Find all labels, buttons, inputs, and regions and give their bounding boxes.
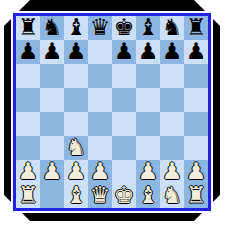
square-g8[interactable]: ♞	[160, 16, 184, 40]
square-e1[interactable]: ♚	[112, 184, 136, 208]
square-f7[interactable]: ♟	[136, 40, 160, 64]
square-c8[interactable]: ♝	[64, 16, 88, 40]
black-rook-piece: ♜	[18, 15, 39, 39]
square-b6[interactable]	[40, 64, 64, 88]
square-a6[interactable]	[16, 64, 40, 88]
square-e3[interactable]	[112, 136, 136, 160]
black-pawn-piece: ♟	[18, 39, 39, 63]
square-d5[interactable]	[88, 88, 112, 112]
white-knight-piece: ♞	[162, 183, 183, 207]
square-f2[interactable]: ♟	[136, 160, 160, 184]
square-d6[interactable]	[88, 64, 112, 88]
white-queen-piece: ♛	[90, 183, 111, 207]
square-e4[interactable]	[112, 112, 136, 136]
square-e6[interactable]	[112, 64, 136, 88]
black-knight-piece: ♞	[42, 15, 63, 39]
square-a3[interactable]	[16, 136, 40, 160]
square-e8[interactable]: ♚	[112, 16, 136, 40]
white-pawn-piece: ♟	[66, 159, 87, 183]
square-a8[interactable]: ♜	[16, 16, 40, 40]
black-pawn-piece: ♟	[114, 39, 135, 63]
square-a4[interactable]	[16, 112, 40, 136]
square-g1[interactable]: ♞	[160, 184, 184, 208]
white-rook-piece: ♜	[186, 183, 207, 207]
black-pawn-piece: ♟	[66, 39, 87, 63]
square-d2[interactable]: ♟	[88, 160, 112, 184]
white-pawn-piece: ♟	[18, 159, 39, 183]
square-h1[interactable]: ♜	[184, 184, 208, 208]
square-g5[interactable]	[160, 88, 184, 112]
square-c1[interactable]: ♝	[64, 184, 88, 208]
black-pawn-piece: ♟	[42, 39, 63, 63]
square-g3[interactable]	[160, 136, 184, 160]
white-pawn-piece: ♟	[90, 159, 111, 183]
square-g4[interactable]	[160, 112, 184, 136]
square-c2[interactable]: ♟	[64, 160, 88, 184]
black-pawn-piece: ♟	[162, 39, 183, 63]
square-h6[interactable]	[184, 64, 208, 88]
square-d8[interactable]: ♛	[88, 16, 112, 40]
square-e7[interactable]: ♟	[112, 40, 136, 64]
square-a5[interactable]	[16, 88, 40, 112]
square-f3[interactable]	[136, 136, 160, 160]
white-king-piece: ♚	[114, 183, 135, 207]
white-knight-piece: ♞	[66, 135, 87, 159]
square-c7[interactable]: ♟	[64, 40, 88, 64]
square-b8[interactable]: ♞	[40, 16, 64, 40]
square-f5[interactable]	[136, 88, 160, 112]
black-king-piece: ♚	[114, 15, 135, 39]
board-margin: ♜♞♝♛♚♝♞♜♟♟♟♟♟♟♟♞♟♟♟♟♟♟♟♜♝♛♚♝♞♜	[11, 11, 213, 213]
square-a1[interactable]: ♜	[16, 184, 40, 208]
square-f1[interactable]: ♝	[136, 184, 160, 208]
square-h8[interactable]: ♜	[184, 16, 208, 40]
white-pawn-piece: ♟	[42, 159, 63, 183]
white-bishop-piece: ♝	[66, 183, 87, 207]
square-d3[interactable]	[88, 136, 112, 160]
square-f6[interactable]	[136, 64, 160, 88]
square-h2[interactable]: ♟	[184, 160, 208, 184]
white-pawn-piece: ♟	[186, 159, 207, 183]
square-a7[interactable]: ♟	[16, 40, 40, 64]
square-c3[interactable]: ♞	[64, 136, 88, 160]
square-b7[interactable]: ♟	[40, 40, 64, 64]
black-pawn-piece: ♟	[186, 39, 207, 63]
square-h3[interactable]	[184, 136, 208, 160]
square-e2[interactable]	[112, 160, 136, 184]
white-bishop-piece: ♝	[138, 183, 159, 207]
black-pawn-piece: ♟	[138, 39, 159, 63]
square-g7[interactable]: ♟	[160, 40, 184, 64]
chess-board: ♜♞♝♛♚♝♞♜♟♟♟♟♟♟♟♞♟♟♟♟♟♟♟♜♝♛♚♝♞♜	[13, 13, 211, 211]
black-rook-piece: ♜	[186, 15, 207, 39]
white-rook-piece: ♜	[18, 183, 39, 207]
white-pawn-piece: ♟	[138, 159, 159, 183]
square-d4[interactable]	[88, 112, 112, 136]
square-h5[interactable]	[184, 88, 208, 112]
square-a2[interactable]: ♟	[16, 160, 40, 184]
square-h7[interactable]: ♟	[184, 40, 208, 64]
square-b3[interactable]	[40, 136, 64, 160]
square-b2[interactable]: ♟	[40, 160, 64, 184]
white-pawn-piece: ♟	[162, 159, 183, 183]
square-b5[interactable]	[40, 88, 64, 112]
square-c4[interactable]	[64, 112, 88, 136]
black-queen-piece: ♛	[90, 15, 111, 39]
square-b1[interactable]	[40, 184, 64, 208]
board-container: ♜♞♝♛♚♝♞♜♟♟♟♟♟♟♟♞♟♟♟♟♟♟♟♜♝♛♚♝♞♜	[0, 0, 225, 225]
square-c5[interactable]	[64, 88, 88, 112]
square-e5[interactable]	[112, 88, 136, 112]
square-d1[interactable]: ♛	[88, 184, 112, 208]
square-d7[interactable]	[88, 40, 112, 64]
black-bishop-piece: ♝	[66, 15, 87, 39]
square-b4[interactable]	[40, 112, 64, 136]
square-g6[interactable]	[160, 64, 184, 88]
square-g2[interactable]: ♟	[160, 160, 184, 184]
black-knight-piece: ♞	[162, 15, 183, 39]
square-c6[interactable]	[64, 64, 88, 88]
black-bishop-piece: ♝	[138, 15, 159, 39]
square-f8[interactable]: ♝	[136, 16, 160, 40]
square-h4[interactable]	[184, 112, 208, 136]
square-f4[interactable]	[136, 112, 160, 136]
